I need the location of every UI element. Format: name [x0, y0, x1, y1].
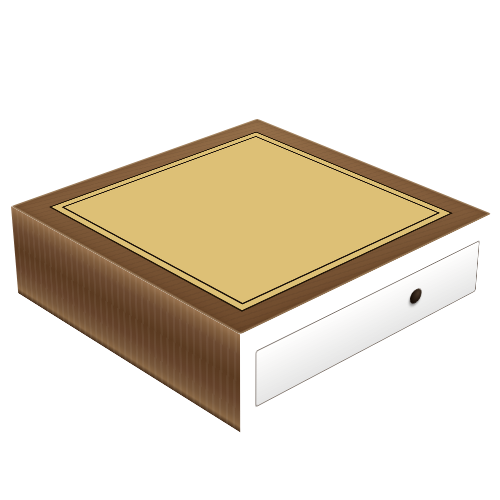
chess-box: [11, 119, 492, 335]
product-photo: [0, 0, 500, 500]
